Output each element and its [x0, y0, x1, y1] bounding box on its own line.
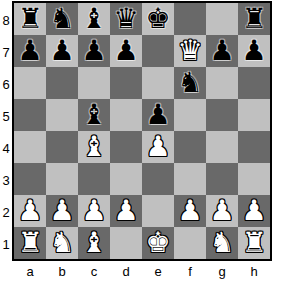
- file-label-g: g: [206, 261, 238, 281]
- square-a4[interactable]: [14, 131, 46, 163]
- square-f5[interactable]: [174, 99, 206, 131]
- square-a1[interactable]: ♜: [14, 227, 46, 259]
- square-d5[interactable]: [110, 99, 142, 131]
- piece-black-rook: ♜: [17, 3, 42, 35]
- square-f1[interactable]: [174, 227, 206, 259]
- square-h6[interactable]: [238, 67, 270, 99]
- square-g6[interactable]: [206, 67, 238, 99]
- piece-white-knight: ♞: [209, 227, 234, 259]
- square-d7[interactable]: ♟: [110, 35, 142, 67]
- piece-black-pawn: ♟: [49, 35, 74, 67]
- rank-label-8: 8: [0, 4, 12, 36]
- square-d2[interactable]: ♟: [110, 195, 142, 227]
- square-h5[interactable]: [238, 99, 270, 131]
- square-a2[interactable]: ♟: [14, 195, 46, 227]
- file-label-h: h: [238, 261, 270, 281]
- square-e3[interactable]: [142, 163, 174, 195]
- file-label-f: f: [174, 261, 206, 281]
- rank-label-4: 4: [0, 132, 12, 164]
- piece-black-knight: ♞: [177, 67, 202, 99]
- file-label-a: a: [14, 261, 46, 281]
- piece-black-pawn: ♟: [241, 35, 266, 67]
- square-b5[interactable]: [46, 99, 78, 131]
- rank-label-5: 5: [0, 100, 12, 132]
- piece-white-bishop: ♝: [81, 131, 106, 163]
- piece-white-knight: ♞: [49, 227, 74, 259]
- rank-label-6: 6: [0, 68, 12, 100]
- square-b8[interactable]: ♞: [46, 3, 78, 35]
- piece-white-pawn: ♟: [241, 195, 266, 227]
- square-g4[interactable]: [206, 131, 238, 163]
- square-g8[interactable]: [206, 3, 238, 35]
- square-d1[interactable]: [110, 227, 142, 259]
- square-c2[interactable]: ♟: [78, 195, 110, 227]
- rank-label-1: 1: [0, 228, 12, 260]
- piece-black-bishop: ♝: [81, 3, 106, 35]
- square-d4[interactable]: [110, 131, 142, 163]
- square-b4[interactable]: [46, 131, 78, 163]
- piece-white-queen: ♛: [177, 35, 202, 67]
- square-h2[interactable]: ♟: [238, 195, 270, 227]
- square-b1[interactable]: ♞: [46, 227, 78, 259]
- square-b3[interactable]: [46, 163, 78, 195]
- square-f4[interactable]: [174, 131, 206, 163]
- square-f8[interactable]: [174, 3, 206, 35]
- square-b6[interactable]: [46, 67, 78, 99]
- piece-white-pawn: ♟: [49, 195, 74, 227]
- piece-black-pawn: ♟: [145, 99, 170, 131]
- file-labels: abcdefgh: [14, 261, 284, 281]
- square-g3[interactable]: [206, 163, 238, 195]
- piece-white-pawn: ♟: [17, 195, 42, 227]
- square-c5[interactable]: ♝: [78, 99, 110, 131]
- square-h4[interactable]: [238, 131, 270, 163]
- rank-label-2: 2: [0, 196, 12, 228]
- square-f6[interactable]: ♞: [174, 67, 206, 99]
- square-b7[interactable]: ♟: [46, 35, 78, 67]
- square-e7[interactable]: [142, 35, 174, 67]
- square-a5[interactable]: [14, 99, 46, 131]
- piece-black-queen: ♛: [113, 3, 138, 35]
- square-f2[interactable]: ♟: [174, 195, 206, 227]
- piece-white-rook: ♜: [17, 227, 42, 259]
- piece-white-pawn: ♟: [113, 195, 138, 227]
- rank-label-7: 7: [0, 36, 12, 68]
- piece-black-bishop: ♝: [81, 99, 106, 131]
- square-e6[interactable]: [142, 67, 174, 99]
- square-a3[interactable]: [14, 163, 46, 195]
- piece-black-knight: ♞: [49, 3, 74, 35]
- piece-white-pawn: ♟: [145, 131, 170, 163]
- file-label-d: d: [110, 261, 142, 281]
- square-b2[interactable]: ♟: [46, 195, 78, 227]
- piece-black-king: ♚: [145, 3, 170, 35]
- piece-white-pawn: ♟: [209, 195, 234, 227]
- file-label-e: e: [142, 261, 174, 281]
- square-c4[interactable]: ♝: [78, 131, 110, 163]
- square-e5[interactable]: ♟: [142, 99, 174, 131]
- square-a6[interactable]: [14, 67, 46, 99]
- square-f7[interactable]: ♛: [174, 35, 206, 67]
- square-h8[interactable]: ♜: [238, 3, 270, 35]
- square-c3[interactable]: [78, 163, 110, 195]
- square-h7[interactable]: ♟: [238, 35, 270, 67]
- piece-black-pawn: ♟: [209, 35, 234, 67]
- square-a7[interactable]: ♟: [14, 35, 46, 67]
- piece-white-bishop: ♝: [81, 227, 106, 259]
- piece-white-pawn: ♟: [81, 195, 106, 227]
- square-g2[interactable]: ♟: [206, 195, 238, 227]
- rank-label-3: 3: [0, 164, 12, 196]
- square-g1[interactable]: ♞: [206, 227, 238, 259]
- piece-black-rook: ♜: [241, 3, 266, 35]
- square-d8[interactable]: ♛: [110, 3, 142, 35]
- square-a8[interactable]: ♜: [14, 3, 46, 35]
- square-e2[interactable]: [142, 195, 174, 227]
- file-label-c: c: [78, 261, 110, 281]
- square-e1[interactable]: ♚: [142, 227, 174, 259]
- square-c7[interactable]: ♟: [78, 35, 110, 67]
- square-g5[interactable]: [206, 99, 238, 131]
- square-d6[interactable]: [110, 67, 142, 99]
- piece-white-pawn: ♟: [177, 195, 202, 227]
- square-c1[interactable]: ♝: [78, 227, 110, 259]
- square-f3[interactable]: [174, 163, 206, 195]
- square-c6[interactable]: [78, 67, 110, 99]
- file-label-b: b: [46, 261, 78, 281]
- piece-white-rook: ♜: [241, 227, 266, 259]
- square-d3[interactable]: [110, 163, 142, 195]
- piece-black-pawn: ♟: [81, 35, 106, 67]
- square-c8[interactable]: ♝: [78, 3, 110, 35]
- chess-board-page: 87654321 ♜♞♝♛♚♜♟♟♟♟♛♟♟♞♝♟♝♟♟♟♟♟♟♟♟♜♞♝♚♞♜…: [0, 0, 284, 285]
- square-h1[interactable]: ♜: [238, 227, 270, 259]
- square-h3[interactable]: [238, 163, 270, 195]
- piece-black-pawn: ♟: [17, 35, 42, 67]
- rank-labels: 87654321: [0, 1, 12, 261]
- piece-black-pawn: ♟: [113, 35, 138, 67]
- square-e8[interactable]: ♚: [142, 3, 174, 35]
- square-e4[interactable]: ♟: [142, 131, 174, 163]
- square-g7[interactable]: ♟: [206, 35, 238, 67]
- piece-white-king: ♚: [145, 227, 170, 259]
- chess-board: ♜♞♝♛♚♜♟♟♟♟♛♟♟♞♝♟♝♟♟♟♟♟♟♟♟♜♞♝♚♞♜: [12, 1, 272, 261]
